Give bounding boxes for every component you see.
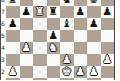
rank-label-6: 6 xyxy=(0,18,6,30)
square-h5[interactable] xyxy=(101,30,115,42)
square-g7[interactable] xyxy=(87,6,101,18)
square-b7[interactable]: ♟ xyxy=(20,6,34,18)
rank-label-5: 5 xyxy=(0,30,6,42)
square-c2[interactable] xyxy=(33,66,47,78)
square-g5[interactable] xyxy=(87,30,101,42)
square-a6[interactable]: ♟ xyxy=(6,18,20,30)
square-d5[interactable]: ♟ xyxy=(47,30,61,42)
square-c5[interactable] xyxy=(33,30,47,42)
white-pawn-b4[interactable]: ♟ xyxy=(20,42,34,54)
square-g1[interactable] xyxy=(87,78,101,81)
square-c4[interactable] xyxy=(33,42,47,54)
square-d6[interactable] xyxy=(47,18,61,30)
square-a4[interactable] xyxy=(6,42,20,54)
rank-label-1: 1 xyxy=(0,78,6,81)
white-king-e2[interactable]: ♚ xyxy=(60,66,74,78)
black-rook-d7[interactable]: ♜ xyxy=(47,6,61,18)
square-b5[interactable] xyxy=(20,30,34,42)
square-b6[interactable] xyxy=(20,18,34,30)
square-d2[interactable] xyxy=(47,66,61,78)
white-pawn-a2[interactable]: ♟ xyxy=(6,66,20,78)
square-h1[interactable] xyxy=(101,78,115,81)
white-knight-d4[interactable]: ♞ xyxy=(47,42,61,54)
square-e7[interactable] xyxy=(60,6,74,18)
black-pawn-h7[interactable]: ♟ xyxy=(101,6,115,18)
square-h4[interactable] xyxy=(101,42,115,54)
square-a3[interactable] xyxy=(6,54,20,66)
square-h3[interactable]: ♟ xyxy=(101,54,115,66)
white-rook-c7[interactable]: ♜ xyxy=(33,6,47,18)
white-pawn-f2[interactable]: ♟ xyxy=(74,66,88,78)
square-f7[interactable]: ♟ xyxy=(74,6,88,18)
square-b4[interactable]: ♟ xyxy=(20,42,34,54)
square-f5[interactable] xyxy=(74,30,88,42)
rank-label-3: 3 xyxy=(0,54,6,66)
black-pawn-g6[interactable]: ♟ xyxy=(87,18,101,30)
square-d4[interactable]: ♞ xyxy=(47,42,61,54)
square-a1[interactable] xyxy=(6,78,20,81)
square-g3[interactable] xyxy=(87,54,101,66)
black-pawn-d5[interactable]: ♟ xyxy=(47,30,61,42)
square-f1[interactable] xyxy=(74,78,88,81)
white-pawn-h3[interactable]: ♟ xyxy=(101,54,115,66)
square-f4[interactable] xyxy=(74,42,88,54)
square-c3[interactable] xyxy=(33,54,47,66)
black-pawn-a6[interactable]: ♟ xyxy=(6,18,20,30)
rank-label-7: 7 xyxy=(0,6,6,18)
square-c7[interactable]: ♜ xyxy=(33,6,47,18)
square-b2[interactable] xyxy=(20,66,34,78)
square-c1[interactable] xyxy=(33,78,47,81)
square-a2[interactable]: ♟ xyxy=(6,66,20,78)
square-e5[interactable] xyxy=(60,30,74,42)
square-h6[interactable] xyxy=(101,18,115,30)
square-b1[interactable] xyxy=(20,78,34,81)
square-e3[interactable]: ♟ xyxy=(60,54,74,66)
square-a5[interactable] xyxy=(6,30,20,42)
square-e1[interactable] xyxy=(60,78,74,81)
chess-diagram: ♜♞♚♟♜♜♟♟♟♝♟♟♟♞♟♟♟♚♟♟ 87654321 xyxy=(0,0,120,80)
square-d3[interactable] xyxy=(47,54,61,66)
white-pawn-e3[interactable]: ♟ xyxy=(60,54,74,66)
square-b3[interactable] xyxy=(20,54,34,66)
black-bishop-e6[interactable]: ♝ xyxy=(60,18,74,30)
rank-label-4: 4 xyxy=(0,42,6,54)
rank-label-2: 2 xyxy=(0,66,6,78)
black-pawn-f7[interactable]: ♟ xyxy=(74,6,88,18)
white-pawn-g2[interactable]: ♟ xyxy=(87,66,101,78)
square-g6[interactable]: ♟ xyxy=(87,18,101,30)
square-g2[interactable]: ♟ xyxy=(87,66,101,78)
square-a7[interactable] xyxy=(6,6,20,18)
chess-board: ♜♞♚♟♜♜♟♟♟♝♟♟♟♞♟♟♟♚♟♟ xyxy=(6,0,115,80)
square-e4[interactable] xyxy=(60,42,74,54)
square-h7[interactable]: ♟ xyxy=(101,6,115,18)
square-d7[interactable]: ♜ xyxy=(47,6,61,18)
square-e2[interactable]: ♚ xyxy=(60,66,74,78)
square-f3[interactable] xyxy=(74,54,88,66)
black-pawn-b7[interactable]: ♟ xyxy=(20,6,34,18)
square-c6[interactable] xyxy=(33,18,47,30)
square-h2[interactable] xyxy=(101,66,115,78)
square-g4[interactable] xyxy=(87,42,101,54)
square-d1[interactable] xyxy=(47,78,61,81)
square-f6[interactable] xyxy=(74,18,88,30)
square-e6[interactable]: ♝ xyxy=(60,18,74,30)
square-f2[interactable]: ♟ xyxy=(74,66,88,78)
